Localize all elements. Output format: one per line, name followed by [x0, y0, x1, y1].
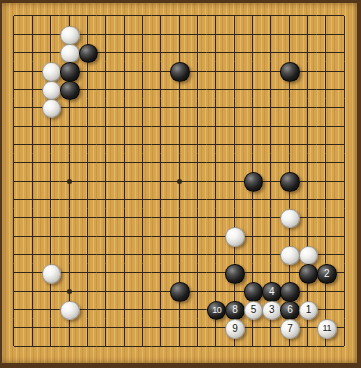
- board-intersection[interactable]: [41, 154, 59, 172]
- board-intersection[interactable]: [335, 43, 353, 61]
- board-intersection[interactable]: [152, 172, 170, 190]
- board-intersection[interactable]: [5, 319, 23, 337]
- board-intersection[interactable]: [115, 227, 133, 245]
- board-intersection[interactable]: [152, 227, 170, 245]
- board-intersection[interactable]: [298, 190, 316, 208]
- board-intersection[interactable]: [188, 264, 206, 282]
- board-intersection[interactable]: [207, 264, 225, 282]
- board-intersection[interactable]: [243, 25, 261, 43]
- board-intersection[interactable]: [152, 62, 170, 80]
- board-intersection[interactable]: [78, 99, 96, 117]
- board-intersection[interactable]: [97, 245, 115, 263]
- board-intersection[interactable]: [280, 227, 298, 245]
- board-intersection[interactable]: [262, 319, 280, 337]
- board-intersection[interactable]: [170, 209, 188, 227]
- board-intersection[interactable]: [280, 7, 298, 25]
- board-intersection[interactable]: [23, 172, 41, 190]
- board-intersection[interactable]: [243, 99, 261, 117]
- board-intersection[interactable]: [207, 135, 225, 153]
- board-intersection[interactable]: [243, 319, 261, 337]
- board-intersection[interactable]: [152, 117, 170, 135]
- board-intersection[interactable]: [5, 227, 23, 245]
- board-intersection[interactable]: [60, 264, 78, 282]
- board-intersection[interactable]: [243, 43, 261, 61]
- board-intersection[interactable]: [280, 337, 298, 355]
- board-intersection[interactable]: [133, 264, 151, 282]
- board-intersection[interactable]: [5, 154, 23, 172]
- board-intersection[interactable]: [262, 337, 280, 355]
- board-intersection[interactable]: [133, 62, 151, 80]
- board-intersection[interactable]: [41, 99, 59, 117]
- board-intersection[interactable]: [133, 154, 151, 172]
- board-intersection[interactable]: 3: [262, 300, 280, 318]
- board-intersection[interactable]: [280, 190, 298, 208]
- board-intersection[interactable]: [262, 99, 280, 117]
- board-intersection[interactable]: [97, 190, 115, 208]
- board-intersection[interactable]: [280, 43, 298, 61]
- board-intersection[interactable]: [60, 227, 78, 245]
- board-intersection[interactable]: [280, 25, 298, 43]
- board-intersection[interactable]: [170, 25, 188, 43]
- board-intersection[interactable]: [280, 99, 298, 117]
- board-intersection[interactable]: [60, 337, 78, 355]
- board-intersection[interactable]: [207, 227, 225, 245]
- board-intersection[interactable]: [152, 300, 170, 318]
- board-intersection[interactable]: [133, 99, 151, 117]
- board-intersection[interactable]: [41, 282, 59, 300]
- board-intersection[interactable]: [225, 282, 243, 300]
- board-intersection[interactable]: [225, 337, 243, 355]
- board-intersection[interactable]: [317, 99, 335, 117]
- board-intersection[interactable]: [280, 154, 298, 172]
- board-intersection[interactable]: [207, 172, 225, 190]
- board-intersection[interactable]: [298, 154, 316, 172]
- board-intersection[interactable]: 1: [298, 300, 316, 318]
- board-intersection[interactable]: [78, 209, 96, 227]
- board-intersection[interactable]: [335, 227, 353, 245]
- board-intersection[interactable]: [188, 300, 206, 318]
- board-intersection[interactable]: [23, 209, 41, 227]
- board-intersection[interactable]: [170, 172, 188, 190]
- board-intersection[interactable]: [262, 190, 280, 208]
- board-intersection[interactable]: [280, 282, 298, 300]
- board-intersection[interactable]: [78, 264, 96, 282]
- board-intersection[interactable]: [243, 172, 261, 190]
- board-intersection[interactable]: [225, 80, 243, 98]
- board-intersection[interactable]: [97, 300, 115, 318]
- board-intersection[interactable]: [97, 264, 115, 282]
- board-intersection[interactable]: [41, 172, 59, 190]
- board-intersection[interactable]: [280, 117, 298, 135]
- board-intersection[interactable]: [60, 25, 78, 43]
- board-intersection[interactable]: [335, 117, 353, 135]
- board-intersection[interactable]: [133, 300, 151, 318]
- board-intersection[interactable]: [5, 117, 23, 135]
- board-intersection[interactable]: [317, 227, 335, 245]
- board-intersection[interactable]: [335, 154, 353, 172]
- board-intersection[interactable]: [317, 25, 335, 43]
- board-intersection[interactable]: [23, 319, 41, 337]
- board-intersection[interactable]: [5, 282, 23, 300]
- board-intersection[interactable]: [23, 117, 41, 135]
- board-intersection[interactable]: [60, 209, 78, 227]
- board-intersection[interactable]: [78, 117, 96, 135]
- board-intersection[interactable]: [152, 43, 170, 61]
- board-intersection[interactable]: [225, 154, 243, 172]
- board-intersection[interactable]: [97, 319, 115, 337]
- board-intersection[interactable]: [298, 62, 316, 80]
- board-intersection[interactable]: [5, 43, 23, 61]
- board-intersection[interactable]: [23, 43, 41, 61]
- board-intersection[interactable]: [207, 245, 225, 263]
- board-intersection[interactable]: 9: [225, 319, 243, 337]
- board-intersection[interactable]: [115, 80, 133, 98]
- board-intersection[interactable]: [188, 135, 206, 153]
- board-intersection[interactable]: [317, 43, 335, 61]
- board-intersection[interactable]: [280, 172, 298, 190]
- board-intersection[interactable]: [243, 190, 261, 208]
- board-intersection[interactable]: [115, 190, 133, 208]
- board-intersection[interactable]: [97, 154, 115, 172]
- board-intersection[interactable]: [207, 282, 225, 300]
- board-intersection[interactable]: [188, 190, 206, 208]
- board-intersection[interactable]: [41, 337, 59, 355]
- board-intersection[interactable]: [298, 264, 316, 282]
- board-intersection[interactable]: [133, 190, 151, 208]
- board-intersection[interactable]: [115, 337, 133, 355]
- board-intersection[interactable]: [23, 264, 41, 282]
- board-intersection[interactable]: [298, 43, 316, 61]
- board-intersection[interactable]: [97, 25, 115, 43]
- board-intersection[interactable]: [115, 319, 133, 337]
- board-intersection[interactable]: [115, 209, 133, 227]
- board-intersection[interactable]: [280, 135, 298, 153]
- board-intersection[interactable]: [207, 99, 225, 117]
- board-intersection[interactable]: [5, 300, 23, 318]
- board-intersection[interactable]: [170, 227, 188, 245]
- board-intersection[interactable]: [23, 25, 41, 43]
- board-intersection[interactable]: [60, 80, 78, 98]
- board-intersection[interactable]: [170, 282, 188, 300]
- board-intersection[interactable]: [41, 264, 59, 282]
- board-intersection[interactable]: [188, 172, 206, 190]
- board-intersection[interactable]: [317, 135, 335, 153]
- board-intersection[interactable]: [5, 209, 23, 227]
- board-intersection[interactable]: [298, 245, 316, 263]
- board-intersection[interactable]: [317, 300, 335, 318]
- board-intersection[interactable]: [115, 25, 133, 43]
- board-intersection[interactable]: [133, 7, 151, 25]
- board-intersection[interactable]: [262, 209, 280, 227]
- board-intersection[interactable]: [78, 282, 96, 300]
- board-intersection[interactable]: [335, 172, 353, 190]
- board-intersection[interactable]: [298, 319, 316, 337]
- board-intersection[interactable]: [23, 190, 41, 208]
- board-intersection[interactable]: [78, 62, 96, 80]
- board-intersection[interactable]: [335, 245, 353, 263]
- board-intersection[interactable]: [133, 172, 151, 190]
- board-intersection[interactable]: [207, 319, 225, 337]
- board-intersection[interactable]: [207, 7, 225, 25]
- board-intersection[interactable]: [152, 190, 170, 208]
- board-intersection[interactable]: [317, 209, 335, 227]
- board-intersection[interactable]: [152, 337, 170, 355]
- board-intersection[interactable]: [335, 7, 353, 25]
- board-intersection[interactable]: [317, 337, 335, 355]
- board-intersection[interactable]: [170, 43, 188, 61]
- board-intersection[interactable]: [152, 264, 170, 282]
- board-intersection[interactable]: [97, 337, 115, 355]
- board-intersection[interactable]: [188, 227, 206, 245]
- board-intersection[interactable]: [225, 99, 243, 117]
- board-intersection[interactable]: [170, 264, 188, 282]
- board-intersection[interactable]: [133, 245, 151, 263]
- board-intersection[interactable]: [5, 62, 23, 80]
- board-intersection[interactable]: [152, 319, 170, 337]
- board-intersection[interactable]: [225, 209, 243, 227]
- board-intersection[interactable]: [5, 245, 23, 263]
- board-intersection[interactable]: [97, 282, 115, 300]
- board-intersection[interactable]: [280, 62, 298, 80]
- board-intersection[interactable]: [78, 135, 96, 153]
- board-intersection[interactable]: [317, 117, 335, 135]
- board-intersection[interactable]: [78, 190, 96, 208]
- board-intersection[interactable]: [225, 264, 243, 282]
- board-intersection[interactable]: [97, 117, 115, 135]
- board-intersection[interactable]: [133, 209, 151, 227]
- board-intersection[interactable]: [60, 190, 78, 208]
- board-intersection[interactable]: [317, 154, 335, 172]
- board-intersection[interactable]: [335, 319, 353, 337]
- board-intersection[interactable]: [298, 80, 316, 98]
- board-intersection[interactable]: [152, 25, 170, 43]
- board-intersection[interactable]: [5, 25, 23, 43]
- board-intersection[interactable]: [225, 245, 243, 263]
- board-intersection[interactable]: [5, 190, 23, 208]
- board-intersection[interactable]: [115, 99, 133, 117]
- board-intersection[interactable]: [152, 80, 170, 98]
- board-intersection[interactable]: [298, 135, 316, 153]
- board-intersection[interactable]: [41, 25, 59, 43]
- board-intersection[interactable]: [225, 7, 243, 25]
- board-intersection[interactable]: [60, 319, 78, 337]
- board-intersection[interactable]: [262, 117, 280, 135]
- board-intersection[interactable]: [243, 117, 261, 135]
- board-intersection[interactable]: [115, 117, 133, 135]
- board-intersection[interactable]: [23, 300, 41, 318]
- board-intersection[interactable]: [262, 25, 280, 43]
- board-intersection[interactable]: [41, 245, 59, 263]
- board-intersection[interactable]: [41, 227, 59, 245]
- board-intersection[interactable]: [97, 99, 115, 117]
- board-intersection[interactable]: [5, 7, 23, 25]
- board-intersection[interactable]: [262, 227, 280, 245]
- board-intersection[interactable]: [97, 62, 115, 80]
- board-intersection[interactable]: [335, 264, 353, 282]
- board-intersection[interactable]: [170, 117, 188, 135]
- board-intersection[interactable]: [115, 300, 133, 318]
- board-intersection[interactable]: [298, 117, 316, 135]
- board-intersection[interactable]: 4: [262, 282, 280, 300]
- board-intersection[interactable]: [5, 80, 23, 98]
- board-intersection[interactable]: [78, 319, 96, 337]
- board-intersection[interactable]: [133, 43, 151, 61]
- board-intersection[interactable]: [5, 135, 23, 153]
- board-intersection[interactable]: [188, 337, 206, 355]
- board-intersection[interactable]: [152, 282, 170, 300]
- board-intersection[interactable]: [335, 99, 353, 117]
- board-intersection[interactable]: [243, 337, 261, 355]
- board-intersection[interactable]: [188, 282, 206, 300]
- board-intersection[interactable]: [115, 43, 133, 61]
- board-intersection[interactable]: [188, 319, 206, 337]
- board-intersection[interactable]: [298, 209, 316, 227]
- board-intersection[interactable]: [41, 80, 59, 98]
- board-intersection[interactable]: [78, 7, 96, 25]
- board-intersection[interactable]: 6: [280, 300, 298, 318]
- board-intersection[interactable]: [188, 245, 206, 263]
- board-intersection[interactable]: [41, 43, 59, 61]
- board-intersection[interactable]: [280, 264, 298, 282]
- board-intersection[interactable]: [170, 62, 188, 80]
- board-intersection[interactable]: [225, 117, 243, 135]
- board-intersection[interactable]: [243, 62, 261, 80]
- board-intersection[interactable]: [170, 80, 188, 98]
- board-intersection[interactable]: [115, 7, 133, 25]
- board-intersection[interactable]: [60, 99, 78, 117]
- board-intersection[interactable]: [78, 25, 96, 43]
- board-intersection[interactable]: [78, 80, 96, 98]
- board-intersection[interactable]: [207, 43, 225, 61]
- board-intersection[interactable]: [133, 25, 151, 43]
- board-intersection[interactable]: [60, 282, 78, 300]
- board-intersection[interactable]: [335, 190, 353, 208]
- board-intersection[interactable]: [5, 337, 23, 355]
- board-intersection[interactable]: [225, 172, 243, 190]
- board-intersection[interactable]: [152, 135, 170, 153]
- board-intersection[interactable]: [78, 300, 96, 318]
- board-intersection[interactable]: [317, 80, 335, 98]
- board-intersection[interactable]: [188, 7, 206, 25]
- board-intersection[interactable]: [60, 154, 78, 172]
- board-intersection[interactable]: [207, 337, 225, 355]
- board-intersection[interactable]: [335, 80, 353, 98]
- board-intersection[interactable]: [41, 135, 59, 153]
- board-intersection[interactable]: [335, 62, 353, 80]
- board-intersection[interactable]: [5, 172, 23, 190]
- board-intersection[interactable]: [188, 99, 206, 117]
- board-intersection[interactable]: [97, 227, 115, 245]
- board-intersection[interactable]: [133, 282, 151, 300]
- board-intersection[interactable]: [170, 135, 188, 153]
- board-intersection[interactable]: [5, 99, 23, 117]
- board-intersection[interactable]: [243, 154, 261, 172]
- board-intersection[interactable]: [317, 190, 335, 208]
- board-intersection[interactable]: [298, 172, 316, 190]
- board-intersection[interactable]: 7: [280, 319, 298, 337]
- board-intersection[interactable]: [207, 190, 225, 208]
- board-intersection[interactable]: [262, 135, 280, 153]
- board-intersection[interactable]: [262, 245, 280, 263]
- board-intersection[interactable]: [152, 245, 170, 263]
- board-intersection[interactable]: [188, 43, 206, 61]
- board-intersection[interactable]: [60, 62, 78, 80]
- board-intersection[interactable]: [41, 319, 59, 337]
- board-intersection[interactable]: [207, 154, 225, 172]
- board-intersection[interactable]: [280, 245, 298, 263]
- board-intersection[interactable]: [23, 227, 41, 245]
- board-intersection[interactable]: [115, 135, 133, 153]
- board-intersection[interactable]: [225, 62, 243, 80]
- board-intersection[interactable]: [23, 62, 41, 80]
- board-intersection[interactable]: [97, 209, 115, 227]
- board-intersection[interactable]: [170, 319, 188, 337]
- board-intersection[interactable]: [188, 25, 206, 43]
- board-intersection[interactable]: [133, 135, 151, 153]
- board-intersection[interactable]: [152, 209, 170, 227]
- board-intersection[interactable]: [23, 337, 41, 355]
- board-intersection[interactable]: [188, 209, 206, 227]
- board-intersection[interactable]: [115, 172, 133, 190]
- board-intersection[interactable]: [335, 337, 353, 355]
- board-intersection[interactable]: [41, 62, 59, 80]
- board-intersection[interactable]: [280, 209, 298, 227]
- board-intersection[interactable]: [188, 117, 206, 135]
- board-intersection[interactable]: [133, 80, 151, 98]
- board-intersection[interactable]: [78, 172, 96, 190]
- board-intersection[interactable]: [60, 172, 78, 190]
- board-intersection[interactable]: [133, 337, 151, 355]
- board-intersection[interactable]: [23, 245, 41, 263]
- board-intersection[interactable]: [262, 154, 280, 172]
- board-intersection[interactable]: [225, 25, 243, 43]
- board-intersection[interactable]: [262, 80, 280, 98]
- board-intersection[interactable]: [152, 99, 170, 117]
- board-intersection[interactable]: [97, 80, 115, 98]
- board-intersection[interactable]: [41, 300, 59, 318]
- board-intersection[interactable]: [78, 43, 96, 61]
- board-intersection[interactable]: [317, 245, 335, 263]
- board-intersection[interactable]: [335, 209, 353, 227]
- board-intersection[interactable]: [207, 80, 225, 98]
- board-intersection[interactable]: [207, 117, 225, 135]
- board-intersection[interactable]: [152, 154, 170, 172]
- board-intersection[interactable]: [335, 300, 353, 318]
- board-intersection[interactable]: [298, 282, 316, 300]
- board-intersection[interactable]: [41, 209, 59, 227]
- board-intersection[interactable]: 8: [225, 300, 243, 318]
- board-intersection[interactable]: [97, 135, 115, 153]
- board-intersection[interactable]: [225, 190, 243, 208]
- board-intersection[interactable]: [243, 264, 261, 282]
- board-intersection[interactable]: [115, 282, 133, 300]
- board-intersection[interactable]: [262, 43, 280, 61]
- board-intersection[interactable]: [78, 337, 96, 355]
- board-intersection[interactable]: [170, 337, 188, 355]
- board-intersection[interactable]: [60, 43, 78, 61]
- board-intersection[interactable]: [335, 135, 353, 153]
- board-intersection[interactable]: [78, 227, 96, 245]
- board-intersection[interactable]: 2: [317, 264, 335, 282]
- board-intersection[interactable]: [115, 245, 133, 263]
- board-intersection[interactable]: [298, 227, 316, 245]
- board-intersection[interactable]: [97, 172, 115, 190]
- board-intersection[interactable]: [170, 7, 188, 25]
- board-intersection[interactable]: [41, 190, 59, 208]
- board-intersection[interactable]: [23, 282, 41, 300]
- board-intersection[interactable]: [317, 62, 335, 80]
- board-intersection[interactable]: [298, 99, 316, 117]
